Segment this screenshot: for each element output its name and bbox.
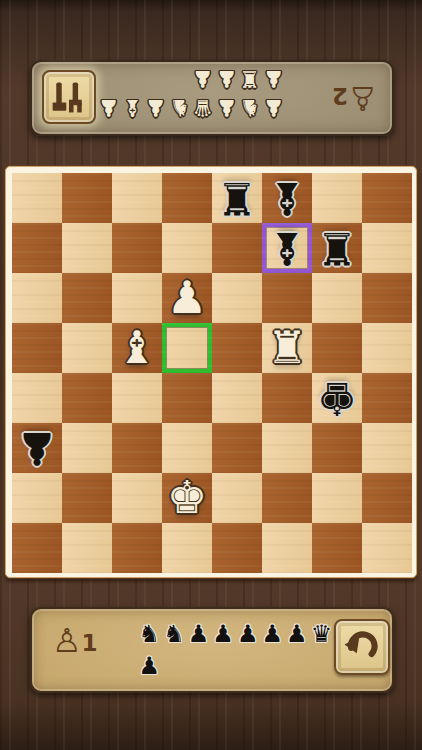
pawn-outline-icon: ♙ (52, 623, 82, 659)
square-d2[interactable]: ♚ (162, 473, 212, 523)
captured-white-knight: ♞ (238, 93, 262, 123)
square-e1[interactable] (212, 523, 262, 573)
captured-white-pawn: ♟ (144, 93, 168, 123)
captured-white-knight: ♞ (168, 93, 192, 123)
square-d8[interactable] (162, 173, 212, 223)
square-a3[interactable]: ♟ (12, 423, 62, 473)
square-b5[interactable] (62, 323, 112, 373)
square-g4[interactable]: ♚ (312, 373, 362, 423)
square-g7[interactable]: ♜ (312, 223, 362, 273)
square-g8[interactable] (312, 173, 362, 223)
square-a6[interactable] (12, 273, 62, 323)
captured-white-pawn: ♟ (262, 93, 286, 123)
square-f8[interactable]: ♝ (262, 173, 312, 223)
board-frame: ♜♝♝♜♟♝♜♚♟♚ (5, 166, 417, 578)
black-king[interactable]: ♚ (312, 373, 362, 423)
player2-panel: ♟♟♜♟ ♟♝♟♞♛♟♞♟ ♙2 (30, 60, 394, 136)
square-c3[interactable] (112, 423, 162, 473)
captured-black-pawn: ♟ (260, 619, 285, 649)
square-b4[interactable] (62, 373, 112, 423)
player2-captured-overflow-row: ♟♟♜♟ (191, 64, 285, 94)
square-b3[interactable] (62, 423, 112, 473)
square-c4[interactable] (112, 373, 162, 423)
captured-black-pawn: ♟ (235, 619, 260, 649)
player2-captured-row: ♟♝♟♞♛♟♞♟ (97, 93, 285, 123)
player1-panel: ♙1 ♞♞♟♟♟♟♟♛ ♟ (30, 607, 394, 693)
square-d1[interactable] (162, 523, 212, 573)
square-a8[interactable] (12, 173, 62, 223)
square-f3[interactable] (262, 423, 312, 473)
player1-captured-overflow-row: ♟ (137, 651, 162, 681)
square-f6[interactable] (262, 273, 312, 323)
square-b7[interactable] (62, 223, 112, 273)
square-h6[interactable] (362, 273, 412, 323)
square-f7[interactable]: ♝ (262, 223, 312, 273)
captured-black-pawn: ♟ (285, 619, 310, 649)
square-d7[interactable] (162, 223, 212, 273)
square-c6[interactable] (112, 273, 162, 323)
black-rook[interactable]: ♜ (212, 173, 262, 223)
square-f1[interactable] (262, 523, 312, 573)
captured-white-bishop: ♝ (121, 93, 145, 123)
square-f5[interactable]: ♜ (262, 323, 312, 373)
square-f4[interactable] (262, 373, 312, 423)
square-g2[interactable] (312, 473, 362, 523)
white-king[interactable]: ♚ (162, 473, 212, 523)
square-h3[interactable] (362, 423, 412, 473)
square-d5[interactable] (162, 323, 212, 373)
square-g6[interactable] (312, 273, 362, 323)
square-b2[interactable] (62, 473, 112, 523)
square-a4[interactable] (12, 373, 62, 423)
square-h7[interactable] (362, 223, 412, 273)
captured-white-pawn: ♟ (215, 93, 239, 123)
player1-number: 1 (82, 627, 98, 659)
square-e4[interactable] (212, 373, 262, 423)
captured-white-pawn: ♟ (97, 93, 121, 123)
square-b1[interactable] (62, 523, 112, 573)
square-d3[interactable] (162, 423, 212, 473)
square-h2[interactable] (362, 473, 412, 523)
square-f2[interactable] (262, 473, 312, 523)
board-grid: ♜♝♝♜♟♝♜♚♟♚ (12, 173, 412, 573)
square-e2[interactable] (212, 473, 262, 523)
square-a2[interactable] (12, 473, 62, 523)
square-b6[interactable] (62, 273, 112, 323)
square-c2[interactable] (112, 473, 162, 523)
black-bishop[interactable]: ♝ (262, 223, 312, 273)
square-h4[interactable] (362, 373, 412, 423)
square-e6[interactable] (212, 273, 262, 323)
undo-arrow-icon (341, 626, 383, 668)
square-b8[interactable] (62, 173, 112, 223)
captured-white-pawn: ♟ (215, 64, 239, 94)
captured-black-knight: ♞ (162, 619, 187, 649)
square-g5[interactable] (312, 323, 362, 373)
square-c7[interactable] (112, 223, 162, 273)
square-e3[interactable] (212, 423, 262, 473)
captured-white-rook: ♜ (238, 64, 262, 94)
captured-black-knight: ♞ (137, 619, 162, 649)
tools-icon (49, 77, 89, 117)
black-pawn[interactable]: ♟ (12, 423, 62, 473)
captured-black-pawn: ♟ (186, 619, 211, 649)
square-g1[interactable] (312, 523, 362, 573)
black-bishop[interactable]: ♝ (262, 173, 312, 223)
square-e5[interactable] (212, 323, 262, 373)
undo-button[interactable] (334, 619, 390, 675)
black-rook[interactable]: ♜ (312, 223, 362, 273)
player1-avatar: ♙1 (52, 623, 98, 659)
white-rook[interactable]: ♜ (262, 323, 312, 373)
square-e8[interactable]: ♜ (212, 173, 262, 223)
square-e7[interactable] (212, 223, 262, 273)
white-bishop[interactable]: ♝ (112, 323, 162, 373)
square-h5[interactable] (362, 323, 412, 373)
player2-tools-button[interactable] (42, 70, 96, 124)
white-pawn[interactable]: ♟ (162, 273, 212, 323)
square-c8[interactable] (112, 173, 162, 223)
square-d6[interactable]: ♟ (162, 273, 212, 323)
player2-avatar: ♙2 (332, 80, 378, 116)
square-a1[interactable] (12, 523, 62, 573)
square-a7[interactable] (12, 223, 62, 273)
square-c1[interactable] (112, 523, 162, 573)
square-h8[interactable] (362, 173, 412, 223)
square-a5[interactable] (12, 323, 62, 373)
app-screen: ♟♟♜♟ ♟♝♟♞♛♟♞♟ ♙2 ♜♝♝♜♟♝♜♚♟♚ ♙1 ♞♞♟♟♟♟♟♛ … (0, 0, 422, 750)
captured-black-queen: ♛ (309, 619, 334, 649)
captured-black-pawn: ♟ (137, 651, 162, 681)
captured-white-queen: ♛ (191, 93, 215, 123)
player2-number: 2 (332, 80, 348, 112)
player1-captured-row: ♞♞♟♟♟♟♟♛ (137, 619, 334, 649)
square-d4[interactable] (162, 373, 212, 423)
captured-white-pawn: ♟ (262, 64, 286, 94)
square-h1[interactable] (362, 523, 412, 573)
square-c5[interactable]: ♝ (112, 323, 162, 373)
square-g3[interactable] (312, 423, 362, 473)
pawn-outline-icon: ♙ (348, 80, 378, 116)
captured-black-pawn: ♟ (211, 619, 236, 649)
captured-white-pawn: ♟ (191, 64, 215, 94)
